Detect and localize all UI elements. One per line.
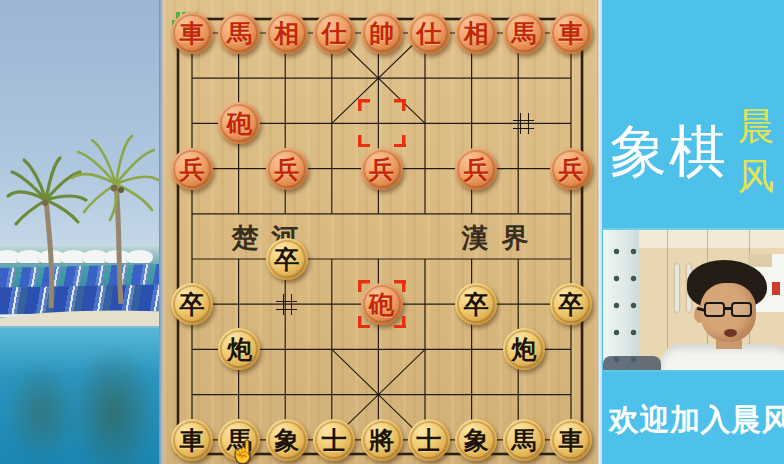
room-wall [633, 230, 784, 248]
piece-red[interactable]: 帥 [361, 12, 403, 54]
brand-subtitle: 晨风 [736, 102, 776, 202]
piece-red[interactable]: 車 [550, 12, 592, 54]
glasses-lens [731, 302, 752, 317]
channel-brand: 象棋 晨风 [610, 92, 782, 212]
glasses-lens [704, 302, 725, 317]
piece-red[interactable]: 兵 [361, 148, 403, 190]
palm-trees [0, 0, 160, 464]
fridge-label [772, 282, 780, 295]
piece-black[interactable]: 象 [266, 419, 308, 461]
piece-red[interactable]: 兵 [455, 148, 497, 190]
glasses-bridge [723, 307, 732, 310]
webcam-video [603, 228, 784, 372]
piece-black[interactable]: 車 [550, 419, 592, 461]
piece-red[interactable]: 仕 [313, 12, 355, 54]
curtain [603, 230, 639, 372]
point-marker [513, 113, 534, 134]
stream-side-panel: 象棋 晨风 欢迎加入晨风社 [602, 0, 784, 464]
welcome-text: 欢迎加入晨风社 [609, 400, 784, 441]
shelf-box [748, 254, 772, 267]
xiangqi-board[interactable]: 楚河 漢界 車馬相仕帥仕相馬車砲兵兵兵兵兵砲卒卒卒卒炮炮車馬象士將士象馬車 ☝ [163, 0, 599, 464]
piece-red[interactable]: 相 [266, 12, 308, 54]
piece-black[interactable]: 炮 [503, 328, 545, 370]
chair-back [603, 356, 661, 372]
river-label-right: 漢界 [445, 217, 545, 259]
piece-black[interactable]: 士 [313, 419, 355, 461]
window-divider-right [597, 0, 602, 464]
piece-red[interactable]: 馬 [503, 12, 545, 54]
window-divider-left [159, 0, 163, 464]
piece-black[interactable]: 卒 [171, 283, 213, 325]
piece-red[interactable]: 仕 [408, 12, 450, 54]
piece-red[interactable]: 相 [455, 12, 497, 54]
piece-black[interactable]: 士 [408, 419, 450, 461]
piece-black[interactable]: 將 [361, 419, 403, 461]
piece-black[interactable]: 馬 [503, 419, 545, 461]
piece-red[interactable]: 兵 [171, 148, 213, 190]
piece-black[interactable]: 卒 [266, 238, 308, 280]
point-marker [276, 294, 297, 315]
piece-black[interactable]: 象 [455, 419, 497, 461]
piece-black[interactable]: 卒 [550, 283, 592, 325]
brand-title: 象棋 [610, 114, 728, 191]
last-move-highlight [358, 99, 406, 147]
wardrobe-handle [675, 264, 679, 312]
streamer-mouth [724, 329, 737, 337]
mouse-cursor-hand: ☝ [230, 441, 256, 462]
beach-photo [0, 0, 160, 464]
piece-black[interactable]: 車 [171, 419, 213, 461]
piece-red[interactable]: 兵 [266, 148, 308, 190]
last-move-highlight [358, 280, 406, 328]
piece-red[interactable]: 兵 [550, 148, 592, 190]
piece-red[interactable]: 車 [171, 12, 213, 54]
stream-screen: 楚河 漢界 車馬相仕帥仕相馬車砲兵兵兵兵兵砲卒卒卒卒炮炮車馬象士將士象馬車 ☝ … [0, 0, 784, 464]
